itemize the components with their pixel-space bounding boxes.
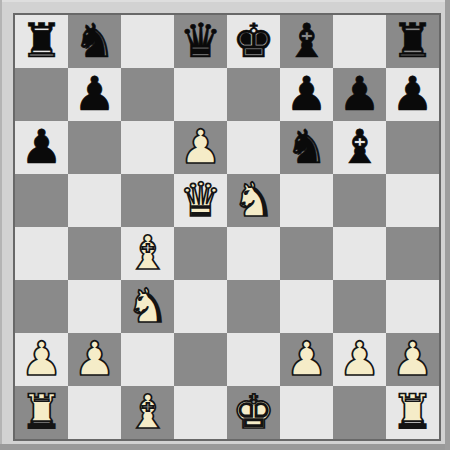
square-a3[interactable]	[15, 280, 68, 333]
square-g8[interactable]	[333, 15, 386, 68]
square-e3[interactable]	[227, 280, 280, 333]
square-d1[interactable]	[174, 386, 227, 439]
square-c6[interactable]	[121, 121, 174, 174]
piece-black-knight[interactable]: ♞	[73, 17, 115, 64]
piece-black-bishop[interactable]: ♝	[285, 17, 327, 64]
square-d3[interactable]	[174, 280, 227, 333]
square-f4[interactable]	[280, 227, 333, 280]
piece-black-bishop[interactable]: ♝	[338, 123, 380, 170]
square-g6[interactable]: ♝	[333, 121, 386, 174]
piece-white-rook[interactable]: ♜	[20, 388, 62, 435]
piece-white-knight[interactable]: ♞	[126, 282, 168, 329]
square-a6[interactable]: ♟	[15, 121, 68, 174]
piece-white-knight[interactable]: ♞	[232, 176, 274, 223]
square-g3[interactable]	[333, 280, 386, 333]
square-b8[interactable]: ♞	[68, 15, 121, 68]
square-b4[interactable]	[68, 227, 121, 280]
square-a2[interactable]: ♟	[15, 333, 68, 386]
square-h1[interactable]: ♜	[386, 386, 439, 439]
square-c3[interactable]: ♞	[121, 280, 174, 333]
square-c5[interactable]	[121, 174, 174, 227]
square-c4[interactable]: ♝	[121, 227, 174, 280]
piece-white-pawn[interactable]: ♟	[338, 335, 380, 382]
square-e8[interactable]: ♚	[227, 15, 280, 68]
square-f5[interactable]	[280, 174, 333, 227]
square-d5[interactable]: ♛	[174, 174, 227, 227]
piece-white-pawn[interactable]: ♟	[20, 335, 62, 382]
square-f1[interactable]	[280, 386, 333, 439]
square-c2[interactable]	[121, 333, 174, 386]
piece-white-rook[interactable]: ♜	[391, 388, 433, 435]
square-b7[interactable]: ♟	[68, 68, 121, 121]
piece-black-pawn[interactable]: ♟	[20, 123, 62, 170]
square-c8[interactable]	[121, 15, 174, 68]
square-d2[interactable]	[174, 333, 227, 386]
square-e4[interactable]	[227, 227, 280, 280]
chess-board-frame: ♜♞♛♚♝♜♟♟♟♟♟♟♞♝♛♞♝♞♟♟♟♟♟♜♝♚♜	[0, 0, 450, 450]
piece-white-bishop[interactable]: ♝	[126, 388, 168, 435]
square-f6[interactable]: ♞	[280, 121, 333, 174]
chess-board: ♜♞♛♚♝♜♟♟♟♟♟♟♞♝♛♞♝♞♟♟♟♟♟♜♝♚♜	[13, 13, 441, 441]
square-a5[interactable]	[15, 174, 68, 227]
square-d8[interactable]: ♛	[174, 15, 227, 68]
square-f8[interactable]: ♝	[280, 15, 333, 68]
square-a7[interactable]	[15, 68, 68, 121]
piece-white-pawn[interactable]: ♟	[285, 335, 327, 382]
square-h7[interactable]: ♟	[386, 68, 439, 121]
piece-black-rook[interactable]: ♜	[20, 17, 62, 64]
square-e1[interactable]: ♚	[227, 386, 280, 439]
piece-black-king[interactable]: ♚	[232, 17, 274, 64]
piece-white-pawn[interactable]: ♟	[179, 123, 221, 170]
square-e5[interactable]: ♞	[227, 174, 280, 227]
square-g5[interactable]	[333, 174, 386, 227]
square-a4[interactable]	[15, 227, 68, 280]
square-h4[interactable]	[386, 227, 439, 280]
square-h8[interactable]: ♜	[386, 15, 439, 68]
square-e2[interactable]	[227, 333, 280, 386]
piece-black-queen[interactable]: ♛	[179, 17, 221, 64]
piece-black-pawn[interactable]: ♟	[391, 70, 433, 117]
piece-black-rook[interactable]: ♜	[391, 17, 433, 64]
piece-white-king[interactable]: ♚	[232, 388, 274, 435]
square-b6[interactable]	[68, 121, 121, 174]
square-f3[interactable]	[280, 280, 333, 333]
square-b3[interactable]	[68, 280, 121, 333]
square-g2[interactable]: ♟	[333, 333, 386, 386]
square-f7[interactable]: ♟	[280, 68, 333, 121]
square-g1[interactable]	[333, 386, 386, 439]
square-g4[interactable]	[333, 227, 386, 280]
square-d6[interactable]: ♟	[174, 121, 227, 174]
square-f2[interactable]: ♟	[280, 333, 333, 386]
square-h6[interactable]	[386, 121, 439, 174]
square-e7[interactable]	[227, 68, 280, 121]
square-c7[interactable]	[121, 68, 174, 121]
piece-white-pawn[interactable]: ♟	[391, 335, 433, 382]
piece-white-queen[interactable]: ♛	[179, 176, 221, 223]
square-b2[interactable]: ♟	[68, 333, 121, 386]
square-b5[interactable]	[68, 174, 121, 227]
square-g7[interactable]: ♟	[333, 68, 386, 121]
square-d4[interactable]	[174, 227, 227, 280]
piece-black-pawn[interactable]: ♟	[338, 70, 380, 117]
piece-black-pawn[interactable]: ♟	[73, 70, 115, 117]
square-h2[interactable]: ♟	[386, 333, 439, 386]
square-e6[interactable]	[227, 121, 280, 174]
square-b1[interactable]	[68, 386, 121, 439]
piece-black-pawn[interactable]: ♟	[285, 70, 327, 117]
piece-black-knight[interactable]: ♞	[285, 123, 327, 170]
square-d7[interactable]	[174, 68, 227, 121]
square-h5[interactable]	[386, 174, 439, 227]
square-a1[interactable]: ♜	[15, 386, 68, 439]
square-c1[interactable]: ♝	[121, 386, 174, 439]
piece-white-pawn[interactable]: ♟	[73, 335, 115, 382]
square-h3[interactable]	[386, 280, 439, 333]
square-a8[interactable]: ♜	[15, 15, 68, 68]
piece-white-bishop[interactable]: ♝	[126, 229, 168, 276]
